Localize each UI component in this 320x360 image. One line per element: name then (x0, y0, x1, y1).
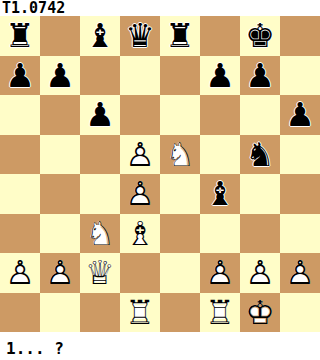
square-f8[interactable] (200, 16, 240, 56)
square-c8[interactable]: ♝ (80, 16, 120, 56)
square-a2[interactable]: ♟♙ (0, 253, 40, 293)
black-knight[interactable]: ♞ (240, 135, 280, 175)
white-rook[interactable]: ♜♖ (120, 293, 160, 333)
piece-glyph: ♚ (245, 19, 275, 52)
black-rook[interactable]: ♜ (160, 16, 200, 56)
white-knight[interactable]: ♞♘ (80, 214, 120, 254)
square-e1[interactable] (160, 293, 200, 333)
square-h5[interactable] (280, 135, 320, 175)
piece-outline-glyph: ♙ (5, 256, 35, 289)
square-d2[interactable] (120, 253, 160, 293)
square-d5[interactable]: ♟♙ (120, 135, 160, 175)
black-rook[interactable]: ♜ (0, 16, 40, 56)
square-d6[interactable] (120, 95, 160, 135)
square-c4[interactable] (80, 174, 120, 214)
black-pawn[interactable]: ♟ (80, 95, 120, 135)
square-c2[interactable]: ♛♕ (80, 253, 120, 293)
black-pawn[interactable]: ♟ (0, 56, 40, 96)
square-h2[interactable]: ♟♙ (280, 253, 320, 293)
square-e5[interactable]: ♞♘ (160, 135, 200, 175)
piece-outline-glyph: ♙ (45, 256, 75, 289)
square-b2[interactable]: ♟♙ (40, 253, 80, 293)
square-c1[interactable] (80, 293, 120, 333)
white-queen[interactable]: ♛♕ (80, 253, 120, 293)
square-e3[interactable] (160, 214, 200, 254)
square-g5[interactable]: ♞ (240, 135, 280, 175)
white-pawn[interactable]: ♟♙ (120, 135, 160, 175)
piece-glyph: ♟ (285, 98, 315, 131)
square-f7[interactable]: ♟ (200, 56, 240, 96)
white-knight[interactable]: ♞♘ (160, 135, 200, 175)
piece-glyph: ♟ (245, 59, 275, 92)
square-g7[interactable]: ♟ (240, 56, 280, 96)
white-rook[interactable]: ♜♖ (200, 293, 240, 333)
square-b7[interactable]: ♟ (40, 56, 80, 96)
piece-outline-glyph: ♙ (125, 138, 155, 171)
square-a5[interactable] (0, 135, 40, 175)
white-pawn[interactable]: ♟♙ (280, 253, 320, 293)
square-a8[interactable]: ♜ (0, 16, 40, 56)
square-f6[interactable] (200, 95, 240, 135)
piece-outline-glyph: ♖ (205, 296, 235, 329)
black-pawn[interactable]: ♟ (280, 95, 320, 135)
square-f1[interactable]: ♜♖ (200, 293, 240, 333)
square-b4[interactable] (40, 174, 80, 214)
piece-outline-glyph: ♙ (125, 177, 155, 210)
square-e7[interactable] (160, 56, 200, 96)
piece-outline-glyph: ♙ (245, 256, 275, 289)
square-d8[interactable]: ♛ (120, 16, 160, 56)
square-d1[interactable]: ♜♖ (120, 293, 160, 333)
square-h1[interactable] (280, 293, 320, 333)
black-bishop[interactable]: ♝ (80, 16, 120, 56)
square-a3[interactable] (0, 214, 40, 254)
white-bishop[interactable]: ♝♗ (120, 214, 160, 254)
square-a7[interactable]: ♟ (0, 56, 40, 96)
piece-glyph: ♟ (5, 59, 35, 92)
black-king[interactable]: ♚ (240, 16, 280, 56)
square-a1[interactable] (0, 293, 40, 333)
white-pawn[interactable]: ♟♙ (200, 253, 240, 293)
square-f3[interactable] (200, 214, 240, 254)
square-g4[interactable] (240, 174, 280, 214)
square-e2[interactable] (160, 253, 200, 293)
piece-outline-glyph: ♕ (85, 256, 115, 289)
piece-outline-glyph: ♔ (245, 296, 275, 329)
square-g8[interactable]: ♚ (240, 16, 280, 56)
square-b1[interactable] (40, 293, 80, 333)
square-a6[interactable] (0, 95, 40, 135)
black-queen[interactable]: ♛ (120, 16, 160, 56)
piece-outline-glyph: ♖ (125, 296, 155, 329)
square-g2[interactable]: ♟♙ (240, 253, 280, 293)
white-king[interactable]: ♚♔ (240, 293, 280, 333)
move-prompt: 1... ? (0, 339, 320, 358)
black-pawn[interactable]: ♟ (40, 56, 80, 96)
square-c6[interactable]: ♟ (80, 95, 120, 135)
square-f5[interactable] (200, 135, 240, 175)
white-pawn[interactable]: ♟♙ (120, 174, 160, 214)
piece-outline-glyph: ♘ (85, 217, 115, 250)
black-pawn[interactable]: ♟ (200, 56, 240, 96)
white-pawn[interactable]: ♟♙ (240, 253, 280, 293)
square-g1[interactable]: ♚♔ (240, 293, 280, 333)
piece-glyph: ♞ (245, 138, 275, 171)
tactics-puzzle-window: T1.0742 ♜♝♛♜♚♟♟♟♟♟♟♟♙♞♘♞♟♙♝♞♘♝♗♟♙♟♙♛♕♟♙♟… (0, 0, 320, 358)
square-c7[interactable] (80, 56, 120, 96)
piece-glyph: ♟ (45, 59, 75, 92)
square-h3[interactable] (280, 214, 320, 254)
square-b8[interactable] (40, 16, 80, 56)
square-d4[interactable]: ♟♙ (120, 174, 160, 214)
square-d7[interactable] (120, 56, 160, 96)
puzzle-id: T1.0742 (0, 0, 320, 16)
white-pawn[interactable]: ♟♙ (0, 253, 40, 293)
square-b6[interactable] (40, 95, 80, 135)
piece-glyph: ♟ (205, 59, 235, 92)
square-f2[interactable]: ♟♙ (200, 253, 240, 293)
piece-glyph: ♛ (125, 19, 155, 52)
square-g6[interactable] (240, 95, 280, 135)
square-e8[interactable]: ♜ (160, 16, 200, 56)
black-bishop[interactable]: ♝ (200, 174, 240, 214)
square-a4[interactable] (0, 174, 40, 214)
piece-glyph: ♝ (205, 177, 235, 210)
piece-outline-glyph: ♗ (125, 217, 155, 250)
square-f4[interactable]: ♝ (200, 174, 240, 214)
white-pawn[interactable]: ♟♙ (40, 253, 80, 293)
chess-board: ♜♝♛♜♚♟♟♟♟♟♟♟♙♞♘♞♟♙♝♞♘♝♗♟♙♟♙♛♕♟♙♟♙♟♙♜♖♜♖♚… (0, 16, 320, 332)
square-b5[interactable] (40, 135, 80, 175)
square-h8[interactable] (280, 16, 320, 56)
piece-outline-glyph: ♘ (165, 138, 195, 171)
square-h7[interactable] (280, 56, 320, 96)
square-b3[interactable] (40, 214, 80, 254)
square-e4[interactable] (160, 174, 200, 214)
piece-outline-glyph: ♙ (205, 256, 235, 289)
square-c5[interactable] (80, 135, 120, 175)
square-e6[interactable] (160, 95, 200, 135)
piece-glyph: ♜ (5, 19, 35, 52)
piece-outline-glyph: ♙ (285, 256, 315, 289)
square-h4[interactable] (280, 174, 320, 214)
piece-glyph: ♜ (165, 19, 195, 52)
square-c3[interactable]: ♞♘ (80, 214, 120, 254)
square-d3[interactable]: ♝♗ (120, 214, 160, 254)
black-pawn[interactable]: ♟ (240, 56, 280, 96)
square-g3[interactable] (240, 214, 280, 254)
piece-glyph: ♟ (85, 98, 115, 131)
piece-glyph: ♝ (85, 19, 115, 52)
square-h6[interactable]: ♟ (280, 95, 320, 135)
